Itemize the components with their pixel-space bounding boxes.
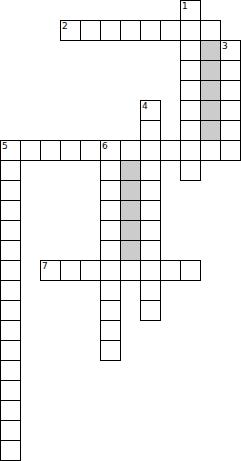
crossword-cell-shaded[interactable] [200, 100, 221, 121]
crossword-cell-shaded[interactable] [120, 220, 141, 241]
crossword-cell[interactable] [140, 300, 161, 321]
crossword-cell[interactable] [20, 140, 41, 161]
crossword-cell[interactable] [140, 240, 161, 261]
clue-number: 3 [222, 41, 228, 51]
crossword-cell[interactable] [180, 120, 201, 141]
crossword-cell[interactable] [100, 200, 121, 221]
crossword-cell-shaded[interactable] [120, 240, 141, 261]
crossword-cell-shaded[interactable] [200, 60, 221, 81]
crossword-cell[interactable] [140, 220, 161, 241]
crossword-cell[interactable] [140, 280, 161, 301]
crossword-cell[interactable]: 2 [60, 20, 81, 41]
crossword-cell[interactable] [0, 260, 21, 281]
crossword-cell[interactable] [100, 260, 121, 281]
crossword-cell-shaded[interactable] [120, 200, 141, 221]
crossword-cell[interactable] [0, 220, 21, 241]
crossword-cell-shaded[interactable] [200, 40, 221, 61]
crossword-cell[interactable] [60, 260, 81, 281]
crossword-cell-shaded[interactable] [200, 120, 221, 141]
crossword-cell[interactable] [180, 40, 201, 61]
crossword-cell[interactable] [180, 60, 201, 81]
crossword-cell[interactable]: 1 [180, 0, 201, 21]
crossword-cell[interactable] [220, 120, 241, 141]
clue-number: 2 [62, 21, 68, 31]
crossword-cell[interactable]: 5 [0, 140, 21, 161]
crossword-cell[interactable] [200, 140, 221, 161]
crossword-cell[interactable] [100, 320, 121, 341]
crossword-cell[interactable] [0, 180, 21, 201]
crossword-cell[interactable] [80, 140, 101, 161]
clue-number: 1 [182, 1, 188, 11]
crossword-cell[interactable] [0, 200, 21, 221]
crossword-cell[interactable] [0, 280, 21, 301]
clue-number: 5 [2, 141, 8, 151]
crossword-cell[interactable] [220, 100, 241, 121]
crossword-cell[interactable] [100, 240, 121, 261]
crossword-cell[interactable] [0, 400, 21, 421]
crossword-cell[interactable] [160, 20, 181, 41]
crossword-cell[interactable]: 3 [220, 40, 241, 61]
crossword-cell[interactable] [140, 120, 161, 141]
crossword-cell[interactable] [160, 140, 181, 161]
crossword-cell[interactable] [0, 300, 21, 321]
crossword-cell[interactable] [100, 220, 121, 241]
crossword-cell-shaded[interactable] [120, 160, 141, 181]
crossword-cell[interactable] [0, 360, 21, 381]
crossword-cell[interactable] [180, 80, 201, 101]
crossword-cell[interactable]: 7 [40, 260, 61, 281]
crossword-cell[interactable] [120, 20, 141, 41]
crossword-cell[interactable] [160, 260, 181, 281]
crossword-cell[interactable]: 6 [100, 140, 121, 161]
crossword-cell[interactable] [140, 200, 161, 221]
crossword-cell[interactable] [100, 300, 121, 321]
crossword-cell[interactable] [0, 240, 21, 261]
crossword-cell[interactable] [60, 140, 81, 161]
crossword-cell[interactable] [0, 320, 21, 341]
crossword-cell[interactable] [0, 380, 21, 401]
crossword-grid: 1234567 [0, 0, 241, 461]
crossword-cell[interactable] [100, 180, 121, 201]
crossword-cell[interactable] [120, 140, 141, 161]
crossword-cell[interactable] [0, 160, 21, 181]
clue-number: 7 [42, 261, 48, 271]
crossword-cell[interactable]: 4 [140, 100, 161, 121]
crossword-cell[interactable] [180, 20, 201, 41]
crossword-cell-shaded[interactable] [120, 180, 141, 201]
crossword-cell[interactable] [200, 20, 221, 41]
crossword-cell[interactable] [100, 340, 121, 361]
crossword-cell[interactable] [140, 260, 161, 281]
crossword-cell[interactable] [220, 60, 241, 81]
crossword-cell-shaded[interactable] [200, 80, 221, 101]
crossword-cell[interactable] [140, 140, 161, 161]
crossword-cell[interactable] [140, 160, 161, 181]
crossword-cell[interactable] [0, 440, 21, 461]
clue-number: 6 [102, 141, 108, 151]
crossword-cell[interactable] [140, 20, 161, 41]
crossword-cell[interactable] [220, 80, 241, 101]
crossword-cell[interactable] [0, 340, 21, 361]
crossword-cell[interactable] [180, 140, 201, 161]
crossword-cell[interactable] [100, 160, 121, 181]
crossword-cell[interactable] [80, 260, 101, 281]
crossword-cell[interactable] [0, 420, 21, 441]
crossword-cell[interactable] [140, 180, 161, 201]
crossword-cell[interactable] [180, 160, 201, 181]
crossword-cell[interactable] [220, 140, 241, 161]
crossword-cell[interactable] [120, 260, 141, 281]
clue-number: 4 [142, 101, 148, 111]
crossword-cell[interactable] [40, 140, 61, 161]
crossword-cell[interactable] [100, 20, 121, 41]
crossword-cell[interactable] [100, 280, 121, 301]
crossword-cell[interactable] [180, 100, 201, 121]
crossword-cell[interactable] [80, 20, 101, 41]
crossword-cell[interactable] [180, 260, 201, 281]
